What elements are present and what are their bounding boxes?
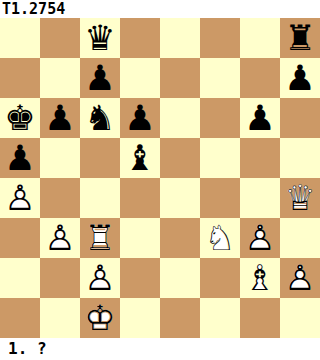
square-a7[interactable] [0,58,40,98]
square-a4[interactable]: ♟♙ [0,178,40,218]
square-d6[interactable]: ♟ [120,98,160,138]
square-b6[interactable]: ♟ [40,98,80,138]
white-knight[interactable]: ♞♘ [200,218,240,258]
puzzle-title: T1.2754 [0,0,320,18]
white-pawn[interactable]: ♟♙ [40,218,80,258]
white-piece-outline: ♙ [80,258,120,298]
square-a2[interactable] [0,258,40,298]
square-f4[interactable] [200,178,240,218]
square-c6[interactable]: ♞ [80,98,120,138]
white-piece-outline: ♙ [40,218,80,258]
square-h6[interactable] [280,98,320,138]
square-d2[interactable] [120,258,160,298]
square-b3[interactable]: ♟♙ [40,218,80,258]
square-c5[interactable] [80,138,120,178]
square-a6[interactable]: ♚ [0,98,40,138]
black-rook[interactable]: ♜ [280,18,320,58]
square-g5[interactable] [240,138,280,178]
white-pawn[interactable]: ♟♙ [80,258,120,298]
black-queen[interactable]: ♛ [80,18,120,58]
white-piece-outline: ♙ [240,218,280,258]
square-g6[interactable]: ♟ [240,98,280,138]
black-pawn[interactable]: ♟ [240,98,280,138]
square-h5[interactable] [280,138,320,178]
white-pawn[interactable]: ♟♙ [0,178,40,218]
square-f6[interactable] [200,98,240,138]
square-e5[interactable] [160,138,200,178]
square-e1[interactable] [160,298,200,338]
white-rook[interactable]: ♜♖ [80,218,120,258]
black-pawn[interactable]: ♟ [280,58,320,98]
chess-puzzle-app: T1.2754 ♛♜♟♟♚♟♞♟♟♟♝♟♙♛♕♟♙♜♖♞♘♟♙♟♙♝♗♟♙♚♔ … [0,0,320,360]
black-king[interactable]: ♚ [0,98,40,138]
square-e3[interactable] [160,218,200,258]
white-king[interactable]: ♚♔ [80,298,120,338]
white-piece-outline: ♙ [0,178,40,218]
square-e8[interactable] [160,18,200,58]
square-d5[interactable]: ♝ [120,138,160,178]
square-c2[interactable]: ♟♙ [80,258,120,298]
square-d7[interactable] [120,58,160,98]
square-f1[interactable] [200,298,240,338]
square-g2[interactable]: ♝♗ [240,258,280,298]
square-e6[interactable] [160,98,200,138]
black-pawn[interactable]: ♟ [0,138,40,178]
square-h8[interactable]: ♜ [280,18,320,58]
white-piece-outline: ♔ [80,298,120,338]
square-c3[interactable]: ♜♖ [80,218,120,258]
square-f8[interactable] [200,18,240,58]
square-h1[interactable] [280,298,320,338]
square-b8[interactable] [40,18,80,58]
chess-board: ♛♜♟♟♚♟♞♟♟♟♝♟♙♛♕♟♙♜♖♞♘♟♙♟♙♝♗♟♙♚♔ [0,18,320,338]
square-g8[interactable] [240,18,280,58]
square-f5[interactable] [200,138,240,178]
white-bishop[interactable]: ♝♗ [240,258,280,298]
white-piece-outline: ♕ [280,178,320,218]
black-pawn[interactable]: ♟ [120,98,160,138]
square-g7[interactable] [240,58,280,98]
white-piece-outline: ♙ [280,258,320,298]
white-pawn[interactable]: ♟♙ [240,218,280,258]
square-c1[interactable]: ♚♔ [80,298,120,338]
square-g1[interactable] [240,298,280,338]
square-h7[interactable]: ♟ [280,58,320,98]
square-d3[interactable] [120,218,160,258]
square-d4[interactable] [120,178,160,218]
square-g4[interactable] [240,178,280,218]
square-a3[interactable] [0,218,40,258]
square-h2[interactable]: ♟♙ [280,258,320,298]
square-g3[interactable]: ♟♙ [240,218,280,258]
square-b2[interactable] [40,258,80,298]
black-pawn[interactable]: ♟ [80,58,120,98]
square-c7[interactable]: ♟ [80,58,120,98]
square-a1[interactable] [0,298,40,338]
square-f2[interactable] [200,258,240,298]
white-queen[interactable]: ♛♕ [280,178,320,218]
square-d1[interactable] [120,298,160,338]
square-f7[interactable] [200,58,240,98]
square-c4[interactable] [80,178,120,218]
black-knight[interactable]: ♞ [80,98,120,138]
white-piece-outline: ♗ [240,258,280,298]
move-prompt: 1. ? [0,338,320,360]
square-b4[interactable] [40,178,80,218]
black-pawn[interactable]: ♟ [40,98,80,138]
square-h3[interactable] [280,218,320,258]
square-h4[interactable]: ♛♕ [280,178,320,218]
square-e4[interactable] [160,178,200,218]
square-b7[interactable] [40,58,80,98]
square-e7[interactable] [160,58,200,98]
square-b1[interactable] [40,298,80,338]
square-d8[interactable] [120,18,160,58]
square-b5[interactable] [40,138,80,178]
square-c8[interactable]: ♛ [80,18,120,58]
white-piece-outline: ♘ [200,218,240,258]
square-f3[interactable]: ♞♘ [200,218,240,258]
white-pawn[interactable]: ♟♙ [280,258,320,298]
black-bishop[interactable]: ♝ [120,138,160,178]
square-e2[interactable] [160,258,200,298]
square-a8[interactable] [0,18,40,58]
white-piece-outline: ♖ [80,218,120,258]
square-a5[interactable]: ♟ [0,138,40,178]
